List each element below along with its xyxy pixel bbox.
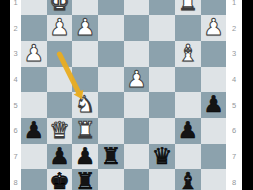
rank-label: 1 — [10, 0, 21, 15]
square-b6[interactable]: ♟ — [175, 118, 201, 144]
square-h1[interactable] — [21, 0, 47, 15]
rank-label: 8 — [10, 169, 21, 190]
square-e2[interactable] — [98, 15, 124, 41]
square-g8[interactable]: ♚ — [47, 169, 73, 190]
square-c6[interactable] — [149, 118, 175, 144]
square-c2[interactable] — [149, 15, 175, 41]
rank-coordinates-right: 12345678 — [227, 0, 242, 190]
piece-black-pawn[interactable]: ♟ — [177, 118, 198, 144]
square-h3[interactable]: ♟ — [21, 41, 47, 67]
square-a6[interactable] — [201, 118, 227, 144]
piece-black-pawn[interactable]: ♟ — [75, 144, 96, 170]
letterbox-left — [0, 0, 10, 190]
square-e3[interactable] — [98, 41, 124, 67]
piece-black-pawn[interactable]: ♟ — [24, 118, 45, 144]
square-h4[interactable] — [21, 67, 47, 93]
chess-app-screen: 12345678 12345678 ♚♜♟♟♟♟♝♟♞♟♟♛♜♟♟♟♜♛♚♜♝ — [0, 0, 253, 190]
square-g7[interactable]: ♟ — [47, 144, 73, 170]
square-d1[interactable] — [124, 0, 150, 15]
piece-white-king[interactable]: ♚ — [49, 0, 70, 15]
square-c7[interactable]: ♛ — [149, 144, 175, 170]
piece-white-bishop[interactable]: ♝ — [177, 41, 198, 67]
square-f6[interactable]: ♜ — [72, 118, 98, 144]
square-e5[interactable] — [98, 92, 124, 118]
piece-white-pawn[interactable]: ♟ — [24, 41, 45, 67]
piece-black-king[interactable]: ♚ — [49, 169, 70, 190]
square-g2[interactable]: ♟ — [47, 15, 73, 41]
piece-white-rook[interactable]: ♜ — [177, 0, 198, 15]
square-g1[interactable]: ♚ — [47, 0, 73, 15]
letterbox-right — [242, 0, 253, 190]
square-h7[interactable] — [21, 144, 47, 170]
square-b5[interactable] — [175, 92, 201, 118]
square-f4[interactable] — [72, 67, 98, 93]
square-a1[interactable] — [201, 0, 227, 15]
square-a7[interactable] — [201, 144, 227, 170]
square-f7[interactable]: ♟ — [72, 144, 98, 170]
square-g6[interactable]: ♛ — [47, 118, 73, 144]
square-d8[interactable] — [124, 169, 150, 190]
square-d3[interactable] — [124, 41, 150, 67]
square-h8[interactable] — [21, 169, 47, 190]
square-a2[interactable]: ♟ — [201, 15, 227, 41]
square-d6[interactable] — [124, 118, 150, 144]
square-f5[interactable]: ♞ — [72, 92, 98, 118]
square-d2[interactable] — [124, 15, 150, 41]
square-c5[interactable] — [149, 92, 175, 118]
square-e6[interactable] — [98, 118, 124, 144]
square-a4[interactable] — [201, 67, 227, 93]
square-f8[interactable]: ♜ — [72, 169, 98, 190]
square-g5[interactable] — [47, 92, 73, 118]
piece-black-bishop[interactable]: ♝ — [177, 169, 198, 190]
square-f3[interactable] — [72, 41, 98, 67]
piece-white-pawn[interactable]: ♟ — [203, 15, 224, 41]
square-d5[interactable] — [124, 92, 150, 118]
square-f2[interactable]: ♟ — [72, 15, 98, 41]
rank-label: 2 — [227, 15, 242, 41]
square-e7[interactable]: ♜ — [98, 144, 124, 170]
square-b4[interactable] — [175, 67, 201, 93]
rank-label: 7 — [227, 144, 242, 170]
square-g3[interactable] — [47, 41, 73, 67]
piece-white-rook[interactable]: ♜ — [75, 118, 96, 144]
square-b1[interactable]: ♜ — [175, 0, 201, 15]
piece-white-pawn[interactable]: ♟ — [75, 15, 96, 41]
square-c8[interactable] — [149, 169, 175, 190]
rank-label: 2 — [10, 15, 21, 41]
rank-label: 7 — [10, 144, 21, 170]
square-c1[interactable] — [149, 0, 175, 15]
square-h6[interactable]: ♟ — [21, 118, 47, 144]
piece-black-rook[interactable]: ♜ — [101, 144, 122, 170]
square-d4[interactable]: ♟ — [124, 67, 150, 93]
rank-label: 1 — [227, 0, 242, 15]
square-b2[interactable] — [175, 15, 201, 41]
piece-white-pawn[interactable]: ♟ — [49, 15, 70, 41]
rank-label: 4 — [227, 67, 242, 93]
rank-label: 5 — [227, 92, 242, 118]
rank-coordinates-left: 12345678 — [10, 0, 21, 190]
square-c3[interactable] — [149, 41, 175, 67]
square-e1[interactable] — [98, 0, 124, 15]
piece-black-pawn[interactable]: ♟ — [49, 144, 70, 170]
square-a3[interactable] — [201, 41, 227, 67]
square-b3[interactable]: ♝ — [175, 41, 201, 67]
piece-black-pawn[interactable]: ♟ — [203, 92, 224, 118]
square-e4[interactable] — [98, 67, 124, 93]
piece-white-pawn[interactable]: ♟ — [126, 67, 147, 93]
piece-black-queen[interactable]: ♛ — [152, 144, 173, 170]
rank-label: 6 — [10, 118, 21, 144]
rank-label: 3 — [10, 41, 21, 67]
piece-white-queen[interactable]: ♛ — [49, 118, 70, 144]
square-b7[interactable] — [175, 144, 201, 170]
piece-black-rook[interactable]: ♜ — [75, 169, 96, 190]
square-d7[interactable] — [124, 144, 150, 170]
square-a8[interactable] — [201, 169, 227, 190]
square-a5[interactable]: ♟ — [201, 92, 227, 118]
chess-board[interactable]: ♚♜♟♟♟♟♝♟♞♟♟♛♜♟♟♟♜♛♚♜♝ — [21, 0, 226, 190]
rank-label: 3 — [227, 41, 242, 67]
square-h5[interactable] — [21, 92, 47, 118]
square-f1[interactable] — [72, 0, 98, 15]
square-e8[interactable] — [98, 169, 124, 190]
piece-white-knight[interactable]: ♞ — [75, 92, 96, 118]
rank-label: 5 — [10, 92, 21, 118]
square-b8[interactable]: ♝ — [175, 169, 201, 190]
rank-label: 8 — [227, 169, 242, 190]
rank-label: 6 — [227, 118, 242, 144]
rank-label: 4 — [10, 67, 21, 93]
square-g4[interactable] — [47, 67, 73, 93]
square-h2[interactable] — [21, 15, 47, 41]
square-c4[interactable] — [149, 67, 175, 93]
